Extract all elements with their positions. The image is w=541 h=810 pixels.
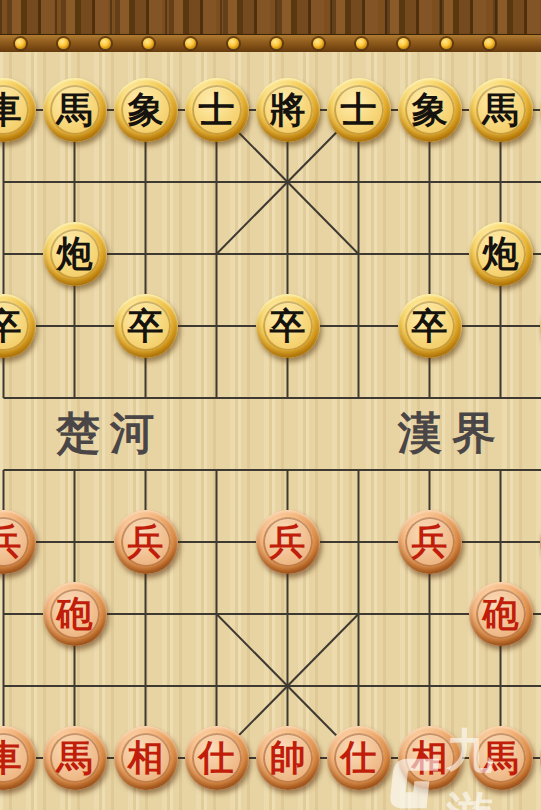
piece-glyph: 帥 [270,739,306,775]
piece-face: 帥 [263,733,313,783]
piece-glyph: 兵 [270,523,306,559]
piece-face: 馬 [50,85,100,135]
nail-stud-icon [313,38,324,49]
piece-face: 卒 [0,301,29,351]
piece-glyph: 仕 [199,739,235,775]
piece-rB-g1[interactable]: 相 [398,726,462,790]
piece-glyph: 卒 [270,307,306,343]
piece-face: 將 [263,85,313,135]
piece-glyph: 卒 [0,307,22,343]
piece-face: 兵 [0,517,29,567]
piece-face: 馬 [476,85,526,135]
nail-stud-icon [228,38,239,49]
nail-stud-icon [58,38,69,49]
piece-face: 卒 [405,301,455,351]
piece-glyph: 炮 [57,235,93,271]
piece-rP-g4[interactable]: 兵 [398,510,462,574]
piece-glyph: 炮 [483,235,519,271]
piece-glyph: 砲 [483,595,519,631]
piece-glyph: 將 [270,91,306,127]
piece-bA-f10[interactable]: 士 [327,78,391,142]
piece-bB-c10[interactable]: 象 [114,78,178,142]
piece-bB-g10[interactable]: 象 [398,78,462,142]
piece-face: 相 [405,733,455,783]
piece-face: 砲 [476,589,526,639]
nail-stud-icon [185,38,196,49]
piece-glyph: 士 [341,91,377,127]
piece-face: 卒 [263,301,313,351]
piece-face: 象 [405,85,455,135]
piece-face: 炮 [50,229,100,279]
piece-face: 炮 [476,229,526,279]
piece-face: 相 [121,733,171,783]
stud-rail [0,34,541,53]
wood-plank-header [0,0,541,34]
nail-stud-icon [271,38,282,49]
piece-face: 兵 [405,517,455,567]
piece-face: 馬 [476,733,526,783]
piece-glyph: 象 [412,91,448,127]
nail-stud-icon [484,38,495,49]
piece-bN-h10[interactable]: 馬 [469,78,533,142]
piece-bK-e10[interactable]: 將 [256,78,320,142]
xiangqi-app-screen: 楚河 漢界 車馬象士將士象馬車炮炮卒卒卒卒卒兵兵兵兵兵砲砲車馬相仕帥仕相馬車 九… [0,0,541,810]
piece-glyph: 馬 [57,91,93,127]
piece-face: 兵 [121,517,171,567]
piece-face: 砲 [50,589,100,639]
pieces-layer: 車馬象士將士象馬車炮炮卒卒卒卒卒兵兵兵兵兵砲砲車馬相仕帥仕相馬車 [0,74,541,794]
piece-glyph: 相 [128,739,164,775]
piece-rN-b1[interactable]: 馬 [43,726,107,790]
piece-bP-g7[interactable]: 卒 [398,294,462,358]
piece-glyph: 馬 [483,91,519,127]
piece-glyph: 兵 [412,523,448,559]
piece-bC-h8[interactable]: 炮 [469,222,533,286]
piece-glyph: 卒 [128,307,164,343]
piece-rA-d1[interactable]: 仕 [185,726,249,790]
piece-glyph: 士 [199,91,235,127]
piece-glyph: 卒 [412,307,448,343]
piece-rR-a1[interactable]: 車 [0,726,36,790]
piece-rB-c1[interactable]: 相 [114,726,178,790]
piece-face: 仕 [192,733,242,783]
piece-rP-a4[interactable]: 兵 [0,510,36,574]
nail-stud-icon [356,38,367,49]
nail-stud-icon [441,38,452,49]
piece-rC-h3[interactable]: 砲 [469,582,533,646]
piece-glyph: 車 [0,91,22,127]
piece-face: 士 [334,85,384,135]
piece-bP-c7[interactable]: 卒 [114,294,178,358]
piece-face: 車 [0,733,29,783]
piece-bN-b10[interactable]: 馬 [43,78,107,142]
piece-glyph: 兵 [0,523,22,559]
piece-rC-b3[interactable]: 砲 [43,582,107,646]
piece-face: 士 [192,85,242,135]
piece-rA-f1[interactable]: 仕 [327,726,391,790]
piece-glyph: 車 [0,739,22,775]
piece-rP-c4[interactable]: 兵 [114,510,178,574]
piece-face: 馬 [50,733,100,783]
piece-glyph: 砲 [57,595,93,631]
piece-face: 象 [121,85,171,135]
piece-rP-e4[interactable]: 兵 [256,510,320,574]
xiangqi-board[interactable]: 楚河 漢界 車馬象士將士象馬車炮炮卒卒卒卒卒兵兵兵兵兵砲砲車馬相仕帥仕相馬車 [0,52,541,810]
piece-face: 仕 [334,733,384,783]
piece-bR-a10[interactable]: 車 [0,78,36,142]
piece-bA-d10[interactable]: 士 [185,78,249,142]
piece-face: 卒 [121,301,171,351]
piece-glyph: 馬 [57,739,93,775]
piece-glyph: 兵 [128,523,164,559]
piece-face: 兵 [263,517,313,567]
piece-face: 車 [0,85,29,135]
nail-stud-icon [143,38,154,49]
piece-rK-e1[interactable]: 帥 [256,726,320,790]
piece-glyph: 相 [412,739,448,775]
piece-bC-b8[interactable]: 炮 [43,222,107,286]
nail-stud-icon [398,38,409,49]
piece-bP-e7[interactable]: 卒 [256,294,320,358]
piece-glyph: 仕 [341,739,377,775]
piece-rN-h1[interactable]: 馬 [469,726,533,790]
nail-stud-icon [100,38,111,49]
piece-glyph: 象 [128,91,164,127]
piece-bP-a7[interactable]: 卒 [0,294,36,358]
nail-stud-icon [15,38,26,49]
piece-glyph: 馬 [483,739,519,775]
